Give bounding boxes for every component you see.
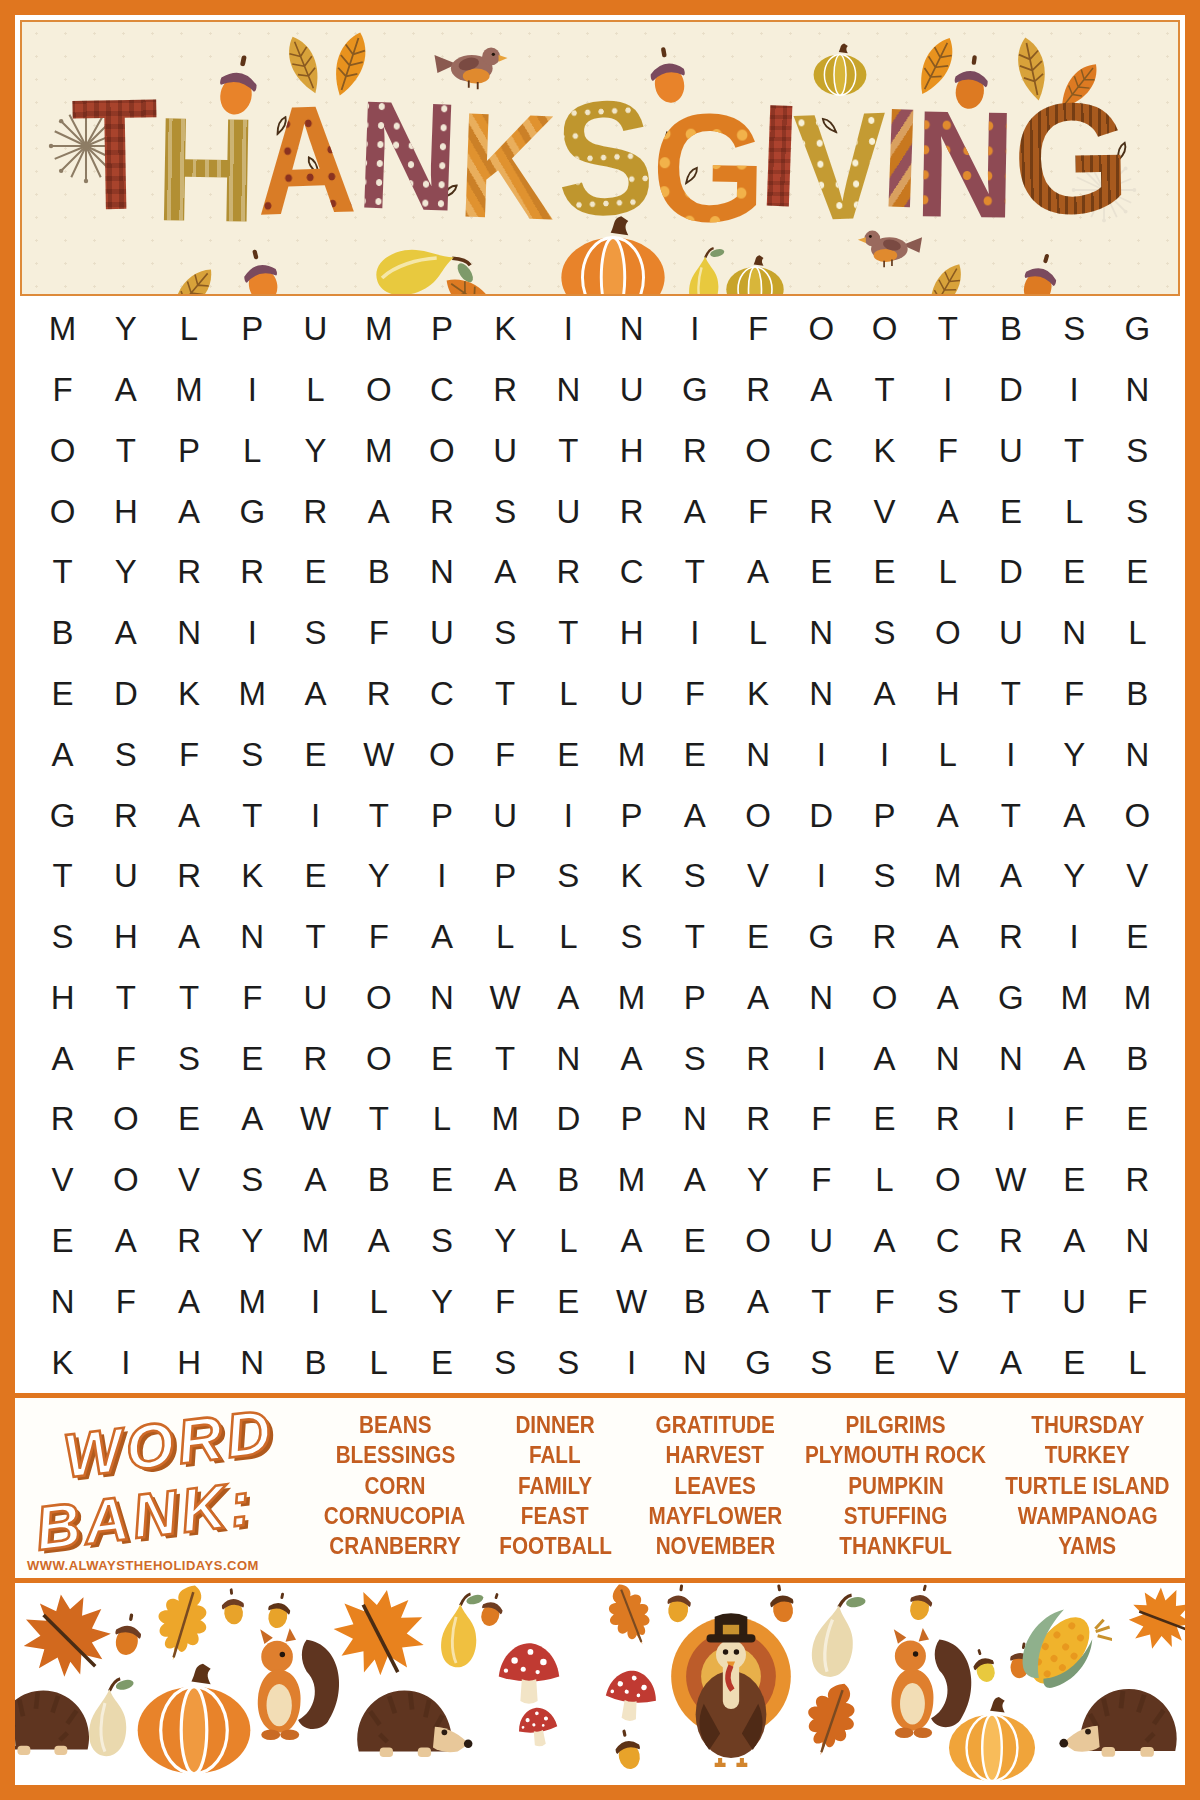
- grid-cell-r9c8[interactable]: U: [474, 785, 537, 846]
- grid-cell-r2c15[interactable]: I: [916, 360, 979, 421]
- grid-cell-r4c1[interactable]: O: [31, 481, 94, 542]
- grid-cell-r3c8[interactable]: U: [474, 421, 537, 482]
- grid-cell-r1c8[interactable]: K: [474, 299, 537, 360]
- grid-cell-r12c11[interactable]: P: [663, 968, 726, 1029]
- grid-cell-r18c8[interactable]: S: [474, 1332, 537, 1393]
- grid-cell-r6c2[interactable]: A: [94, 603, 157, 664]
- grid-cell-r15c1[interactable]: V: [31, 1150, 94, 1211]
- grid-cell-r16c7[interactable]: S: [410, 1211, 473, 1272]
- grid-cell-r8c1[interactable]: A: [31, 724, 94, 785]
- grid-cell-r6c6[interactable]: F: [347, 603, 410, 664]
- grid-cell-r12c10[interactable]: M: [600, 968, 663, 1029]
- grid-cell-r3c5[interactable]: Y: [284, 421, 347, 482]
- grid-cell-r10c5[interactable]: E: [284, 846, 347, 907]
- grid-cell-r17c13[interactable]: T: [790, 1271, 853, 1332]
- grid-cell-r8c2[interactable]: S: [94, 724, 157, 785]
- grid-cell-r2c3[interactable]: M: [157, 360, 220, 421]
- grid-cell-r16c11[interactable]: E: [663, 1211, 726, 1272]
- grid-cell-r13c16[interactable]: N: [979, 1028, 1042, 1089]
- grid-cell-r16c9[interactable]: L: [537, 1211, 600, 1272]
- grid-cell-r4c8[interactable]: S: [474, 481, 537, 542]
- grid-cell-r6c11[interactable]: I: [663, 603, 726, 664]
- grid-cell-r6c9[interactable]: T: [537, 603, 600, 664]
- grid-cell-r7c8[interactable]: T: [474, 664, 537, 725]
- grid-cell-r8c8[interactable]: F: [474, 724, 537, 785]
- grid-cell-r16c12[interactable]: O: [726, 1211, 789, 1272]
- grid-cell-r13c13[interactable]: I: [790, 1028, 853, 1089]
- grid-cell-r3c14[interactable]: K: [853, 421, 916, 482]
- grid-cell-r6c12[interactable]: L: [726, 603, 789, 664]
- grid-cell-r6c13[interactable]: N: [790, 603, 853, 664]
- grid-cell-r16c8[interactable]: Y: [474, 1211, 537, 1272]
- grid-cell-r3c4[interactable]: L: [221, 421, 284, 482]
- grid-cell-r10c18[interactable]: V: [1106, 846, 1169, 907]
- grid-cell-r1c1[interactable]: M: [31, 299, 94, 360]
- grid-cell-r6c10[interactable]: H: [600, 603, 663, 664]
- grid-cell-r12c15[interactable]: A: [916, 968, 979, 1029]
- grid-cell-r6c17[interactable]: N: [1043, 603, 1106, 664]
- grid-cell-r9c12[interactable]: O: [726, 785, 789, 846]
- grid-cell-r9c3[interactable]: A: [157, 785, 220, 846]
- grid-cell-r2c9[interactable]: N: [537, 360, 600, 421]
- grid-cell-r1c6[interactable]: M: [347, 299, 410, 360]
- grid-cell-r3c16[interactable]: U: [979, 421, 1042, 482]
- grid-cell-r6c5[interactable]: S: [284, 603, 347, 664]
- grid-cell-r4c9[interactable]: U: [537, 481, 600, 542]
- grid-cell-r13c8[interactable]: T: [474, 1028, 537, 1089]
- grid-cell-r14c7[interactable]: L: [410, 1089, 473, 1150]
- grid-cell-r7c17[interactable]: F: [1043, 664, 1106, 725]
- grid-cell-r10c11[interactable]: S: [663, 846, 726, 907]
- grid-cell-r5c11[interactable]: T: [663, 542, 726, 603]
- grid-cell-r13c2[interactable]: F: [94, 1028, 157, 1089]
- grid-cell-r15c11[interactable]: A: [663, 1150, 726, 1211]
- grid-cell-r8c5[interactable]: E: [284, 724, 347, 785]
- grid-cell-r6c15[interactable]: O: [916, 603, 979, 664]
- grid-cell-r7c1[interactable]: E: [31, 664, 94, 725]
- grid-cell-r13c11[interactable]: S: [663, 1028, 726, 1089]
- grid-cell-r18c12[interactable]: G: [726, 1332, 789, 1393]
- grid-cell-r3c6[interactable]: M: [347, 421, 410, 482]
- grid-cell-r10c13[interactable]: I: [790, 846, 853, 907]
- grid-cell-r18c13[interactable]: S: [790, 1332, 853, 1393]
- grid-cell-r15c6[interactable]: B: [347, 1150, 410, 1211]
- grid-cell-r2c8[interactable]: R: [474, 360, 537, 421]
- grid-cell-r4c5[interactable]: R: [284, 481, 347, 542]
- grid-cell-r9c15[interactable]: A: [916, 785, 979, 846]
- grid-cell-r11c2[interactable]: H: [94, 907, 157, 968]
- grid-cell-r6c16[interactable]: U: [979, 603, 1042, 664]
- grid-cell-r9c18[interactable]: O: [1106, 785, 1169, 846]
- grid-cell-r4c18[interactable]: S: [1106, 481, 1169, 542]
- grid-cell-r17c9[interactable]: E: [537, 1271, 600, 1332]
- grid-cell-r5c6[interactable]: B: [347, 542, 410, 603]
- grid-cell-r4c16[interactable]: E: [979, 481, 1042, 542]
- grid-cell-r10c16[interactable]: A: [979, 846, 1042, 907]
- grid-cell-r16c13[interactable]: U: [790, 1211, 853, 1272]
- grid-cell-r12c18[interactable]: M: [1106, 968, 1169, 1029]
- grid-cell-r11c5[interactable]: T: [284, 907, 347, 968]
- grid-cell-r15c14[interactable]: L: [853, 1150, 916, 1211]
- grid-cell-r11c8[interactable]: L: [474, 907, 537, 968]
- grid-cell-r10c12[interactable]: V: [726, 846, 789, 907]
- grid-cell-r8c18[interactable]: N: [1106, 724, 1169, 785]
- grid-cell-r5c17[interactable]: E: [1043, 542, 1106, 603]
- grid-cell-r12c9[interactable]: A: [537, 968, 600, 1029]
- grid-cell-r3c11[interactable]: R: [663, 421, 726, 482]
- grid-cell-r9c17[interactable]: A: [1043, 785, 1106, 846]
- grid-cell-r12c6[interactable]: O: [347, 968, 410, 1029]
- grid-cell-r13c3[interactable]: S: [157, 1028, 220, 1089]
- grid-cell-r10c17[interactable]: Y: [1043, 846, 1106, 907]
- grid-cell-r9c5[interactable]: I: [284, 785, 347, 846]
- grid-cell-r14c11[interactable]: N: [663, 1089, 726, 1150]
- grid-cell-r8c7[interactable]: O: [410, 724, 473, 785]
- grid-cell-r7c6[interactable]: R: [347, 664, 410, 725]
- grid-cell-r2c11[interactable]: G: [663, 360, 726, 421]
- grid-cell-r11c12[interactable]: E: [726, 907, 789, 968]
- grid-cell-r12c12[interactable]: A: [726, 968, 789, 1029]
- grid-cell-r2c16[interactable]: D: [979, 360, 1042, 421]
- grid-cell-r3c18[interactable]: S: [1106, 421, 1169, 482]
- grid-cell-r17c10[interactable]: W: [600, 1271, 663, 1332]
- grid-cell-r1c14[interactable]: O: [853, 299, 916, 360]
- grid-cell-r18c5[interactable]: B: [284, 1332, 347, 1393]
- grid-cell-r10c9[interactable]: S: [537, 846, 600, 907]
- grid-cell-r10c6[interactable]: Y: [347, 846, 410, 907]
- grid-cell-r2c10[interactable]: U: [600, 360, 663, 421]
- grid-cell-r12c14[interactable]: O: [853, 968, 916, 1029]
- grid-cell-r5c9[interactable]: R: [537, 542, 600, 603]
- grid-cell-r18c11[interactable]: N: [663, 1332, 726, 1393]
- grid-cell-r18c16[interactable]: A: [979, 1332, 1042, 1393]
- grid-cell-r13c6[interactable]: O: [347, 1028, 410, 1089]
- grid-cell-r14c14[interactable]: E: [853, 1089, 916, 1150]
- grid-cell-r8c12[interactable]: N: [726, 724, 789, 785]
- grid-cell-r6c4[interactable]: I: [221, 603, 284, 664]
- grid-cell-r3c1[interactable]: O: [31, 421, 94, 482]
- grid-cell-r9c7[interactable]: P: [410, 785, 473, 846]
- grid-cell-r15c3[interactable]: V: [157, 1150, 220, 1211]
- grid-cell-r8c9[interactable]: E: [537, 724, 600, 785]
- grid-cell-r12c13[interactable]: N: [790, 968, 853, 1029]
- grid-cell-r2c13[interactable]: A: [790, 360, 853, 421]
- grid-cell-r5c13[interactable]: E: [790, 542, 853, 603]
- grid-cell-r4c11[interactable]: A: [663, 481, 726, 542]
- grid-cell-r17c18[interactable]: F: [1106, 1271, 1169, 1332]
- grid-cell-r5c4[interactable]: R: [221, 542, 284, 603]
- grid-cell-r15c12[interactable]: Y: [726, 1150, 789, 1211]
- grid-cell-r12c7[interactable]: N: [410, 968, 473, 1029]
- grid-cell-r1c15[interactable]: T: [916, 299, 979, 360]
- grid-cell-r11c17[interactable]: I: [1043, 907, 1106, 968]
- grid-cell-r7c5[interactable]: A: [284, 664, 347, 725]
- grid-cell-r2c17[interactable]: I: [1043, 360, 1106, 421]
- grid-cell-r16c15[interactable]: C: [916, 1211, 979, 1272]
- grid-cell-r13c9[interactable]: N: [537, 1028, 600, 1089]
- grid-cell-r4c7[interactable]: R: [410, 481, 473, 542]
- grid-cell-r4c3[interactable]: A: [157, 481, 220, 542]
- grid-cell-r5c1[interactable]: T: [31, 542, 94, 603]
- grid-cell-r4c15[interactable]: A: [916, 481, 979, 542]
- grid-cell-r16c2[interactable]: A: [94, 1211, 157, 1272]
- grid-cell-r11c10[interactable]: S: [600, 907, 663, 968]
- grid-cell-r16c16[interactable]: R: [979, 1211, 1042, 1272]
- grid-cell-r2c7[interactable]: C: [410, 360, 473, 421]
- grid-cell-r18c2[interactable]: I: [94, 1332, 157, 1393]
- grid-cell-r13c4[interactable]: E: [221, 1028, 284, 1089]
- grid-cell-r12c5[interactable]: U: [284, 968, 347, 1029]
- grid-cell-r17c2[interactable]: F: [94, 1271, 157, 1332]
- grid-cell-r14c1[interactable]: R: [31, 1089, 94, 1150]
- grid-cell-r5c5[interactable]: E: [284, 542, 347, 603]
- grid-cell-r1c10[interactable]: N: [600, 299, 663, 360]
- grid-cell-r12c8[interactable]: W: [474, 968, 537, 1029]
- grid-cell-r11c7[interactable]: A: [410, 907, 473, 968]
- grid-cell-r9c1[interactable]: G: [31, 785, 94, 846]
- grid-cell-r3c13[interactable]: C: [790, 421, 853, 482]
- grid-cell-r8c13[interactable]: I: [790, 724, 853, 785]
- grid-cell-r17c17[interactable]: U: [1043, 1271, 1106, 1332]
- grid-cell-r2c18[interactable]: N: [1106, 360, 1169, 421]
- grid-cell-r12c4[interactable]: F: [221, 968, 284, 1029]
- grid-cell-r11c14[interactable]: R: [853, 907, 916, 968]
- grid-cell-r18c6[interactable]: L: [347, 1332, 410, 1393]
- grid-cell-r11c9[interactable]: L: [537, 907, 600, 968]
- grid-cell-r6c1[interactable]: B: [31, 603, 94, 664]
- grid-cell-r5c3[interactable]: R: [157, 542, 220, 603]
- grid-cell-r7c7[interactable]: C: [410, 664, 473, 725]
- grid-cell-r14c8[interactable]: M: [474, 1089, 537, 1150]
- grid-cell-r15c16[interactable]: W: [979, 1150, 1042, 1211]
- grid-cell-r10c8[interactable]: P: [474, 846, 537, 907]
- grid-cell-r14c12[interactable]: R: [726, 1089, 789, 1150]
- grid-cell-r6c18[interactable]: L: [1106, 603, 1169, 664]
- grid-cell-r11c13[interactable]: G: [790, 907, 853, 968]
- grid-cell-r6c8[interactable]: S: [474, 603, 537, 664]
- grid-cell-r18c1[interactable]: K: [31, 1332, 94, 1393]
- grid-cell-r6c7[interactable]: U: [410, 603, 473, 664]
- grid-cell-r5c12[interactable]: A: [726, 542, 789, 603]
- grid-cell-r16c4[interactable]: Y: [221, 1211, 284, 1272]
- grid-cell-r6c14[interactable]: S: [853, 603, 916, 664]
- grid-cell-r10c2[interactable]: U: [94, 846, 157, 907]
- grid-cell-r9c11[interactable]: A: [663, 785, 726, 846]
- grid-cell-r10c15[interactable]: M: [916, 846, 979, 907]
- grid-cell-r15c13[interactable]: F: [790, 1150, 853, 1211]
- grid-cell-r16c1[interactable]: E: [31, 1211, 94, 1272]
- grid-cell-r9c16[interactable]: T: [979, 785, 1042, 846]
- grid-cell-r1c18[interactable]: G: [1106, 299, 1169, 360]
- grid-cell-r18c4[interactable]: N: [221, 1332, 284, 1393]
- grid-cell-r7c13[interactable]: N: [790, 664, 853, 725]
- grid-cell-r12c1[interactable]: H: [31, 968, 94, 1029]
- grid-cell-r15c7[interactable]: E: [410, 1150, 473, 1211]
- grid-cell-r7c14[interactable]: A: [853, 664, 916, 725]
- grid-cell-r4c17[interactable]: L: [1043, 481, 1106, 542]
- grid-cell-r14c2[interactable]: O: [94, 1089, 157, 1150]
- grid-cell-r1c13[interactable]: O: [790, 299, 853, 360]
- grid-cell-r2c12[interactable]: R: [726, 360, 789, 421]
- grid-cell-r3c10[interactable]: H: [600, 421, 663, 482]
- grid-cell-r11c18[interactable]: E: [1106, 907, 1169, 968]
- grid-cell-r17c16[interactable]: T: [979, 1271, 1042, 1332]
- grid-cell-r15c4[interactable]: S: [221, 1150, 284, 1211]
- grid-cell-r11c4[interactable]: N: [221, 907, 284, 968]
- grid-cell-r8c16[interactable]: I: [979, 724, 1042, 785]
- grid-cell-r1c7[interactable]: P: [410, 299, 473, 360]
- grid-cell-r4c12[interactable]: F: [726, 481, 789, 542]
- grid-cell-r3c17[interactable]: T: [1043, 421, 1106, 482]
- grid-cell-r18c9[interactable]: S: [537, 1332, 600, 1393]
- grid-cell-r2c5[interactable]: L: [284, 360, 347, 421]
- grid-cell-r1c16[interactable]: B: [979, 299, 1042, 360]
- grid-cell-r13c10[interactable]: A: [600, 1028, 663, 1089]
- grid-cell-r4c6[interactable]: A: [347, 481, 410, 542]
- grid-cell-r8c11[interactable]: E: [663, 724, 726, 785]
- grid-cell-r14c10[interactable]: P: [600, 1089, 663, 1150]
- grid-cell-r17c12[interactable]: A: [726, 1271, 789, 1332]
- grid-cell-r2c1[interactable]: F: [31, 360, 94, 421]
- grid-cell-r18c3[interactable]: H: [157, 1332, 220, 1393]
- grid-cell-r17c4[interactable]: M: [221, 1271, 284, 1332]
- grid-cell-r18c7[interactable]: E: [410, 1332, 473, 1393]
- grid-cell-r1c4[interactable]: P: [221, 299, 284, 360]
- grid-cell-r15c5[interactable]: A: [284, 1150, 347, 1211]
- grid-cell-r5c18[interactable]: E: [1106, 542, 1169, 603]
- grid-cell-r4c4[interactable]: G: [221, 481, 284, 542]
- grid-cell-r18c14[interactable]: E: [853, 1332, 916, 1393]
- grid-cell-r10c3[interactable]: R: [157, 846, 220, 907]
- grid-cell-r14c6[interactable]: T: [347, 1089, 410, 1150]
- grid-cell-r1c3[interactable]: L: [157, 299, 220, 360]
- grid-cell-r17c8[interactable]: F: [474, 1271, 537, 1332]
- grid-cell-r7c15[interactable]: H: [916, 664, 979, 725]
- grid-cell-r15c17[interactable]: E: [1043, 1150, 1106, 1211]
- grid-cell-r13c7[interactable]: E: [410, 1028, 473, 1089]
- grid-cell-r10c7[interactable]: I: [410, 846, 473, 907]
- grid-cell-r2c14[interactable]: T: [853, 360, 916, 421]
- grid-cell-r5c10[interactable]: C: [600, 542, 663, 603]
- grid-cell-r17c14[interactable]: F: [853, 1271, 916, 1332]
- grid-cell-r12c3[interactable]: T: [157, 968, 220, 1029]
- grid-cell-r16c10[interactable]: A: [600, 1211, 663, 1272]
- grid-cell-r11c6[interactable]: F: [347, 907, 410, 968]
- grid-cell-r16c5[interactable]: M: [284, 1211, 347, 1272]
- grid-cell-r17c6[interactable]: L: [347, 1271, 410, 1332]
- grid-cell-r3c2[interactable]: T: [94, 421, 157, 482]
- grid-cell-r5c15[interactable]: L: [916, 542, 979, 603]
- grid-cell-r16c6[interactable]: A: [347, 1211, 410, 1272]
- grid-cell-r7c3[interactable]: K: [157, 664, 220, 725]
- grid-cell-r11c16[interactable]: R: [979, 907, 1042, 968]
- grid-cell-r12c2[interactable]: T: [94, 968, 157, 1029]
- grid-cell-r7c11[interactable]: F: [663, 664, 726, 725]
- grid-cell-r7c9[interactable]: L: [537, 664, 600, 725]
- grid-cell-r11c1[interactable]: S: [31, 907, 94, 968]
- grid-cell-r14c17[interactable]: F: [1043, 1089, 1106, 1150]
- grid-cell-r14c15[interactable]: R: [916, 1089, 979, 1150]
- grid-cell-r5c2[interactable]: Y: [94, 542, 157, 603]
- grid-cell-r15c8[interactable]: A: [474, 1150, 537, 1211]
- grid-cell-r3c9[interactable]: T: [537, 421, 600, 482]
- grid-cell-r8c17[interactable]: Y: [1043, 724, 1106, 785]
- grid-cell-r7c18[interactable]: B: [1106, 664, 1169, 725]
- grid-cell-r18c15[interactable]: V: [916, 1332, 979, 1393]
- grid-cell-r4c10[interactable]: R: [600, 481, 663, 542]
- grid-cell-r4c14[interactable]: V: [853, 481, 916, 542]
- grid-cell-r17c5[interactable]: I: [284, 1271, 347, 1332]
- grid-cell-r14c9[interactable]: D: [537, 1089, 600, 1150]
- grid-cell-r16c14[interactable]: A: [853, 1211, 916, 1272]
- grid-cell-r11c3[interactable]: A: [157, 907, 220, 968]
- grid-cell-r13c18[interactable]: B: [1106, 1028, 1169, 1089]
- grid-cell-r5c16[interactable]: D: [979, 542, 1042, 603]
- grid-cell-r8c3[interactable]: F: [157, 724, 220, 785]
- grid-cell-r4c13[interactable]: R: [790, 481, 853, 542]
- grid-cell-r2c2[interactable]: A: [94, 360, 157, 421]
- grid-cell-r16c3[interactable]: R: [157, 1211, 220, 1272]
- grid-cell-r10c10[interactable]: K: [600, 846, 663, 907]
- grid-cell-r18c10[interactable]: I: [600, 1332, 663, 1393]
- grid-cell-r3c7[interactable]: O: [410, 421, 473, 482]
- grid-cell-r6c3[interactable]: N: [157, 603, 220, 664]
- grid-cell-r17c7[interactable]: Y: [410, 1271, 473, 1332]
- grid-cell-r17c3[interactable]: A: [157, 1271, 220, 1332]
- grid-cell-r5c8[interactable]: A: [474, 542, 537, 603]
- grid-cell-r15c15[interactable]: O: [916, 1150, 979, 1211]
- grid-cell-r17c1[interactable]: N: [31, 1271, 94, 1332]
- grid-cell-r8c14[interactable]: I: [853, 724, 916, 785]
- grid-cell-r10c4[interactable]: K: [221, 846, 284, 907]
- grid-cell-r8c15[interactable]: L: [916, 724, 979, 785]
- grid-cell-r1c5[interactable]: U: [284, 299, 347, 360]
- grid-cell-r17c15[interactable]: S: [916, 1271, 979, 1332]
- grid-cell-r9c14[interactable]: P: [853, 785, 916, 846]
- grid-cell-r7c4[interactable]: M: [221, 664, 284, 725]
- grid-cell-r3c15[interactable]: F: [916, 421, 979, 482]
- grid-cell-r5c7[interactable]: N: [410, 542, 473, 603]
- grid-cell-r14c18[interactable]: E: [1106, 1089, 1169, 1150]
- grid-cell-r1c11[interactable]: I: [663, 299, 726, 360]
- grid-cell-r13c14[interactable]: A: [853, 1028, 916, 1089]
- grid-cell-r9c4[interactable]: T: [221, 785, 284, 846]
- grid-cell-r7c2[interactable]: D: [94, 664, 157, 725]
- grid-cell-r5c14[interactable]: E: [853, 542, 916, 603]
- grid-cell-r12c16[interactable]: G: [979, 968, 1042, 1029]
- grid-cell-r17c11[interactable]: B: [663, 1271, 726, 1332]
- grid-cell-r9c9[interactable]: I: [537, 785, 600, 846]
- grid-cell-r2c4[interactable]: I: [221, 360, 284, 421]
- grid-cell-r8c6[interactable]: W: [347, 724, 410, 785]
- grid-cell-r12c17[interactable]: M: [1043, 968, 1106, 1029]
- grid-cell-r1c2[interactable]: Y: [94, 299, 157, 360]
- grid-cell-r10c1[interactable]: T: [31, 846, 94, 907]
- grid-cell-r2c6[interactable]: O: [347, 360, 410, 421]
- grid-cell-r18c17[interactable]: E: [1043, 1332, 1106, 1393]
- grid-cell-r15c2[interactable]: O: [94, 1150, 157, 1211]
- grid-cell-r8c4[interactable]: S: [221, 724, 284, 785]
- grid-cell-r1c9[interactable]: I: [537, 299, 600, 360]
- grid-cell-r9c2[interactable]: R: [94, 785, 157, 846]
- grid-cell-r15c9[interactable]: B: [537, 1150, 600, 1211]
- grid-cell-r1c12[interactable]: F: [726, 299, 789, 360]
- grid-cell-r14c16[interactable]: I: [979, 1089, 1042, 1150]
- grid-cell-r10c14[interactable]: S: [853, 846, 916, 907]
- grid-cell-r14c13[interactable]: F: [790, 1089, 853, 1150]
- grid-cell-r4c2[interactable]: H: [94, 481, 157, 542]
- grid-cell-r14c4[interactable]: A: [221, 1089, 284, 1150]
